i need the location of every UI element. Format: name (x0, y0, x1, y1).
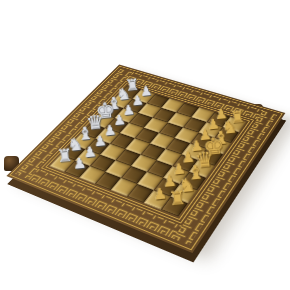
chess-board: ♜♞♝♛♚♝♞♜♟♟♟♟♟♟♟♟♟♟♟♟♟♟♟♟♜♞♝♛♚♝♞♜ (49, 85, 246, 216)
piece-silver-pawn-a7[interactable]: ♟ (70, 155, 90, 171)
square-d5[interactable] (125, 138, 150, 154)
chess-board-frame: ♜♞♝♛♚♝♞♜♟♟♟♟♟♟♟♟♟♟♟♟♟♟♟♟♜♞♝♛♚♝♞♜ (6, 65, 285, 253)
product-photo-background: ♜♞♝♛♚♝♞♜♟♟♟♟♟♟♟♟♟♟♟♟♟♟♟♟♜♞♝♛♚♝♞♜ (0, 0, 290, 290)
scene-3d: ♜♞♝♛♚♝♞♜♟♟♟♟♟♟♟♟♟♟♟♟♟♟♟♟♜♞♝♛♚♝♞♜ (0, 0, 290, 290)
piece-gold-rook-a1[interactable]: ♜ (166, 188, 188, 209)
